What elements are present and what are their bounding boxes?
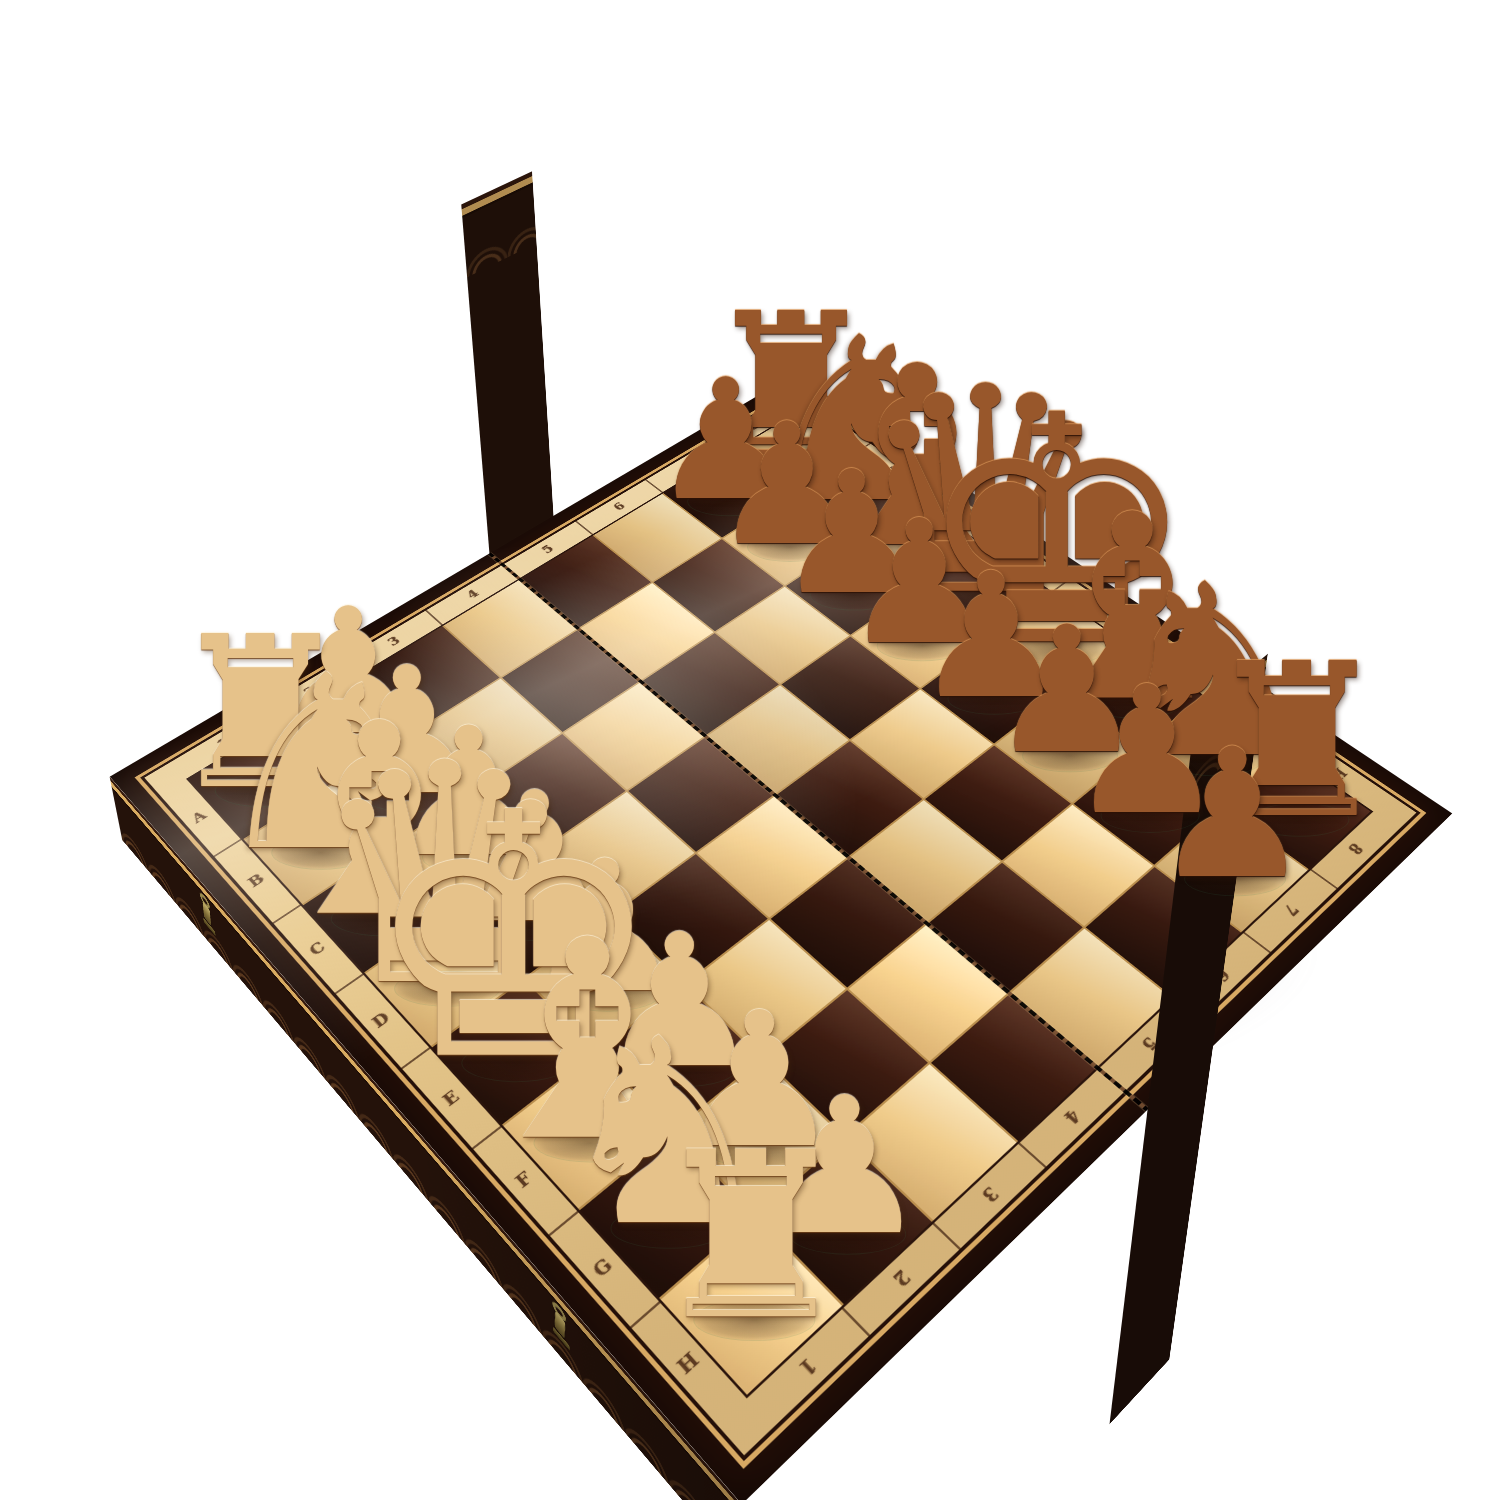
- coord-label: 4: [464, 587, 482, 601]
- square-g4[interactable]: [849, 924, 1008, 1061]
- square-h5[interactable]: [1011, 929, 1171, 1067]
- coord-label: F: [512, 1168, 537, 1192]
- square-h1[interactable]: [661, 1217, 842, 1395]
- coord-label: A: [822, 422, 840, 434]
- clasp-hook: [555, 1310, 566, 1339]
- chess-board: ABCDEFGH ABCDEFGH 87654321 87654321: [110, 374, 1453, 1500]
- coord-label: 1: [795, 1353, 822, 1381]
- square-h3[interactable]: [847, 1064, 1017, 1220]
- rank-label-8: 8: [1312, 811, 1400, 888]
- square-g2[interactable]: [675, 1059, 844, 1214]
- square-d1[interactable]: [366, 911, 523, 1046]
- coord-label: H: [1326, 764, 1351, 783]
- coord-label: 2: [889, 1265, 915, 1291]
- frame-pinstripe: ABCDEFGH ABCDEFGH 87654321 87654321: [135, 387, 1427, 1469]
- coord-label: 4: [1060, 1106, 1085, 1129]
- rank-label-2: 2: [844, 1222, 961, 1334]
- square-f5[interactable]: [850, 800, 1000, 922]
- square-g3[interactable]: [764, 990, 928, 1136]
- rank-labels-right: 87654321: [747, 811, 1399, 1427]
- square-d3[interactable]: [546, 792, 695, 913]
- coord-label: F: [1163, 654, 1184, 669]
- square-c1[interactable]: [303, 845, 455, 972]
- square-e2[interactable]: [526, 915, 684, 1051]
- square-h2[interactable]: [757, 1138, 932, 1304]
- square-c2[interactable]: [395, 788, 543, 908]
- rank-label-4: 4: [1020, 1068, 1126, 1166]
- coord-label: 7: [1279, 901, 1303, 920]
- square-e3[interactable]: [614, 854, 768, 982]
- coord-label: G: [590, 1254, 618, 1282]
- square-b1[interactable]: [244, 784, 392, 904]
- square-e4[interactable]: [698, 796, 847, 917]
- square-g6[interactable]: [1003, 804, 1154, 926]
- coord-label: H: [673, 1347, 703, 1378]
- coord-label: 3: [977, 1183, 1003, 1207]
- square-e1[interactable]: [432, 980, 595, 1124]
- scene: ABCDEFGH ABCDEFGH 87654321 87654321: [0, 0, 1500, 1500]
- coord-label: E: [439, 1086, 463, 1109]
- rank-label-1: 1: [747, 1307, 871, 1427]
- square-f3[interactable]: [687, 920, 846, 1056]
- rank-label-3: 3: [935, 1143, 1046, 1248]
- square-f2[interactable]: [598, 985, 761, 1130]
- coord-label: C: [306, 938, 329, 959]
- square-f4[interactable]: [771, 858, 925, 987]
- coord-label: 1: [213, 736, 232, 752]
- clasp-loop: [552, 1298, 567, 1325]
- coord-label: D: [1015, 554, 1036, 568]
- clasp-hook: [203, 901, 212, 926]
- coord-label: B: [245, 871, 268, 891]
- coord-label: 6: [611, 500, 629, 513]
- coord-label: B: [883, 464, 902, 477]
- square-f1[interactable]: [503, 1054, 671, 1208]
- coord-label: 8: [745, 421, 762, 432]
- coord-label: 5: [539, 543, 557, 556]
- file-label-b: B: [214, 839, 300, 922]
- rank-label-7: 7: [1245, 869, 1338, 951]
- coord-label: 7: [679, 460, 697, 472]
- coord-label: E: [1088, 603, 1109, 618]
- coord-label: 2: [301, 684, 320, 699]
- coord-label: 3: [384, 634, 403, 649]
- coord-label: C: [948, 508, 968, 521]
- file-labels-near: ABCDEFGH: [160, 779, 747, 1426]
- coord-label: D: [369, 1009, 394, 1032]
- square-h4[interactable]: [931, 995, 1096, 1141]
- square-g1[interactable]: [579, 1133, 753, 1298]
- clasp-base: [203, 917, 216, 936]
- coord-label: A: [189, 808, 210, 826]
- clasp-base: [552, 1326, 569, 1351]
- coord-label: 8: [1344, 840, 1367, 858]
- square-g5[interactable]: [928, 863, 1083, 992]
- board-top-surface: ABCDEFGH ABCDEFGH 87654321 87654321: [110, 374, 1453, 1500]
- square-d2[interactable]: [458, 850, 611, 978]
- clasp-loop: [199, 890, 211, 912]
- product-photo: ABCDEFGH ABCDEFGH 87654321 87654321 ♜♟♞♟…: [0, 0, 1500, 1500]
